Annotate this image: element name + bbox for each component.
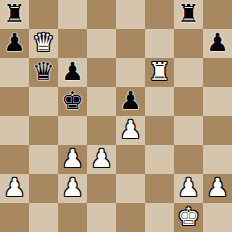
white-rook: ♜ <box>148 58 170 86</box>
white-pawn: ♟ <box>90 145 112 173</box>
black-pawn: ♟ <box>206 29 228 57</box>
square-c3[interactable]: ♟ <box>58 145 87 174</box>
square-b1[interactable] <box>29 203 58 232</box>
chess-board: ♜♜♟♛♟♛♟♜♚♟♟♟♟♟♟♟♟♚ <box>0 0 232 232</box>
square-d7[interactable] <box>87 29 116 58</box>
square-g2[interactable]: ♟ <box>174 174 203 203</box>
square-b4[interactable] <box>29 116 58 145</box>
square-f6[interactable]: ♜ <box>145 58 174 87</box>
square-a6[interactable] <box>0 58 29 87</box>
square-c8[interactable] <box>58 0 87 29</box>
white-king: ♚ <box>177 203 199 231</box>
square-e1[interactable] <box>116 203 145 232</box>
square-f8[interactable] <box>145 0 174 29</box>
square-g6[interactable] <box>174 58 203 87</box>
square-h1[interactable] <box>203 203 232 232</box>
square-d8[interactable] <box>87 0 116 29</box>
black-queen: ♛ <box>32 58 54 86</box>
black-pawn: ♟ <box>119 87 141 115</box>
square-h6[interactable] <box>203 58 232 87</box>
black-king: ♚ <box>61 87 83 115</box>
square-c7[interactable] <box>58 29 87 58</box>
square-g1[interactable]: ♚ <box>174 203 203 232</box>
square-a4[interactable] <box>0 116 29 145</box>
square-g7[interactable] <box>174 29 203 58</box>
square-b6[interactable]: ♛ <box>29 58 58 87</box>
white-pawn: ♟ <box>61 174 83 202</box>
white-pawn: ♟ <box>119 116 141 144</box>
square-b5[interactable] <box>29 87 58 116</box>
square-c1[interactable] <box>58 203 87 232</box>
square-e7[interactable] <box>116 29 145 58</box>
square-d1[interactable] <box>87 203 116 232</box>
square-d6[interactable] <box>87 58 116 87</box>
square-b2[interactable] <box>29 174 58 203</box>
square-a2[interactable]: ♟ <box>0 174 29 203</box>
square-h3[interactable] <box>203 145 232 174</box>
square-h2[interactable]: ♟ <box>203 174 232 203</box>
square-g3[interactable] <box>174 145 203 174</box>
square-f5[interactable] <box>145 87 174 116</box>
square-a8[interactable]: ♜ <box>0 0 29 29</box>
square-h5[interactable] <box>203 87 232 116</box>
square-e8[interactable] <box>116 0 145 29</box>
square-a7[interactable]: ♟ <box>0 29 29 58</box>
square-g4[interactable] <box>174 116 203 145</box>
square-e4[interactable]: ♟ <box>116 116 145 145</box>
square-d3[interactable]: ♟ <box>87 145 116 174</box>
square-d4[interactable] <box>87 116 116 145</box>
square-c2[interactable]: ♟ <box>58 174 87 203</box>
square-f4[interactable] <box>145 116 174 145</box>
square-h4[interactable] <box>203 116 232 145</box>
square-e3[interactable] <box>116 145 145 174</box>
square-e6[interactable] <box>116 58 145 87</box>
square-b8[interactable] <box>29 0 58 29</box>
white-pawn: ♟ <box>177 174 199 202</box>
black-pawn: ♟ <box>3 29 25 57</box>
square-h7[interactable]: ♟ <box>203 29 232 58</box>
square-g8[interactable]: ♜ <box>174 0 203 29</box>
square-f2[interactable] <box>145 174 174 203</box>
square-g5[interactable] <box>174 87 203 116</box>
black-pawn: ♟ <box>61 58 83 86</box>
square-c4[interactable] <box>58 116 87 145</box>
square-b7[interactable]: ♛ <box>29 29 58 58</box>
square-d5[interactable] <box>87 87 116 116</box>
square-e2[interactable] <box>116 174 145 203</box>
white-pawn: ♟ <box>206 174 228 202</box>
square-e5[interactable]: ♟ <box>116 87 145 116</box>
square-d2[interactable] <box>87 174 116 203</box>
square-f1[interactable] <box>145 203 174 232</box>
square-c5[interactable]: ♚ <box>58 87 87 116</box>
black-rook: ♜ <box>177 0 199 28</box>
black-rook: ♜ <box>3 0 25 28</box>
square-a1[interactable] <box>0 203 29 232</box>
square-b3[interactable] <box>29 145 58 174</box>
square-a5[interactable] <box>0 87 29 116</box>
square-f3[interactable] <box>145 145 174 174</box>
white-queen: ♛ <box>32 29 54 57</box>
square-a3[interactable] <box>0 145 29 174</box>
white-pawn: ♟ <box>3 174 25 202</box>
white-pawn: ♟ <box>61 145 83 173</box>
square-h8[interactable] <box>203 0 232 29</box>
square-c6[interactable]: ♟ <box>58 58 87 87</box>
square-f7[interactable] <box>145 29 174 58</box>
